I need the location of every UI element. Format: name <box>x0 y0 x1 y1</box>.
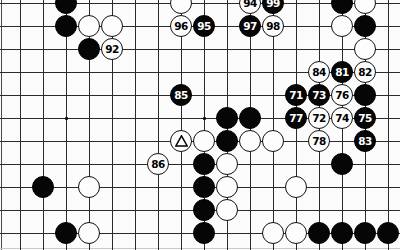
white-stone <box>262 130 284 152</box>
white-stone <box>262 222 284 244</box>
white-stone-72: 72 <box>308 107 330 129</box>
black-stone <box>354 15 376 37</box>
white-stone-92: 92 <box>101 38 123 60</box>
black-stone <box>354 222 376 244</box>
black-stone-77: 77 <box>285 107 307 129</box>
white-stone <box>239 130 261 152</box>
black-stone <box>377 222 399 244</box>
white-stone-94: 94 <box>239 0 261 14</box>
star-point <box>203 117 206 120</box>
scan-edge-artifact <box>1 0 2 250</box>
grid-line-vertical <box>388 0 389 250</box>
white-stone-84: 84 <box>308 61 330 83</box>
white-stone <box>354 38 376 60</box>
black-stone-83: 83 <box>354 130 376 152</box>
black-stone-71: 71 <box>285 84 307 106</box>
grid-line-vertical <box>158 0 159 250</box>
white-stone-86: 86 <box>147 153 169 175</box>
grid-line-vertical <box>181 0 182 250</box>
black-stone <box>193 199 215 221</box>
white-stone <box>354 0 376 14</box>
white-stone <box>285 222 307 244</box>
white-stone-76: 76 <box>331 84 353 106</box>
grid-line-vertical <box>66 0 67 250</box>
white-stone <box>78 15 100 37</box>
go-board: 9499969597989284818285717376777274757883… <box>0 0 400 250</box>
white-stone <box>193 130 215 152</box>
black-stone <box>239 107 261 129</box>
black-stone <box>32 176 54 198</box>
white-stone <box>216 153 238 175</box>
black-stone <box>193 176 215 198</box>
black-stone <box>193 153 215 175</box>
black-stone <box>55 222 77 244</box>
black-stone <box>55 0 77 14</box>
white-stone <box>216 199 238 221</box>
white-stone <box>216 176 238 198</box>
white-stone <box>170 0 192 14</box>
black-stone-99: 99 <box>262 0 284 14</box>
grid-line-vertical <box>273 0 274 250</box>
black-stone <box>55 15 77 37</box>
black-stone-81: 81 <box>331 61 353 83</box>
white-stone-82: 82 <box>354 61 376 83</box>
white-stone-triangle-marked <box>170 130 192 152</box>
white-stone <box>78 222 100 244</box>
white-stone-74: 74 <box>331 107 353 129</box>
white-stone <box>331 15 353 37</box>
black-stone-95: 95 <box>193 15 215 37</box>
black-stone-85: 85 <box>170 84 192 106</box>
black-stone <box>193 222 215 244</box>
scan-bottom-artifact <box>0 248 400 249</box>
white-stone <box>285 176 307 198</box>
black-stone-97: 97 <box>239 15 261 37</box>
white-stone-98: 98 <box>262 15 284 37</box>
grid-line-vertical <box>135 0 136 250</box>
star-point <box>65 117 68 120</box>
black-stone <box>331 222 353 244</box>
grid-line-vertical <box>20 0 21 250</box>
black-stone <box>354 84 376 106</box>
black-stone <box>331 153 353 175</box>
black-stone <box>331 0 353 14</box>
triangle-mark-icon <box>175 135 188 147</box>
black-stone <box>216 107 238 129</box>
white-stone <box>101 15 123 37</box>
grid-line-horizontal <box>0 49 400 50</box>
grid-line-vertical <box>43 0 44 250</box>
white-stone-78: 78 <box>308 130 330 152</box>
black-stone <box>216 130 238 152</box>
black-stone <box>78 38 100 60</box>
go-diagram-screenshot: 9499969597989284818285717376777274757883… <box>0 0 400 250</box>
black-stone-73: 73 <box>308 84 330 106</box>
white-stone <box>78 176 100 198</box>
white-stone-96: 96 <box>170 15 192 37</box>
black-stone-75: 75 <box>354 107 376 129</box>
black-stone <box>308 222 330 244</box>
